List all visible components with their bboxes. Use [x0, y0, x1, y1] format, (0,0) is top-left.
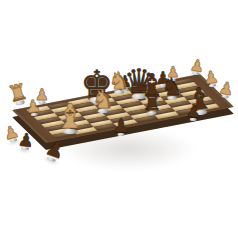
- piece-black-pawn[interactable]: ♟: [17, 130, 35, 150]
- piece-black-pawn[interactable]: ♟: [112, 116, 129, 135]
- piece-black-rook[interactable]: ♜: [142, 92, 162, 114]
- piece-white-bishop[interactable]: ♝: [55, 99, 85, 133]
- piece-white-pawn[interactable]: ♟: [25, 97, 42, 116]
- piece-black-pawn[interactable]: ♟: [185, 102, 202, 120]
- piece-white-pawn[interactable]: ♟: [217, 79, 235, 98]
- piece-white-knight[interactable]: ♞: [92, 87, 114, 112]
- product-photo: ♚♛♝♟♟♞♝♟♜♟♜♟♟♝♞♞♟♟♟♟♟♟♟: [0, 0, 238, 238]
